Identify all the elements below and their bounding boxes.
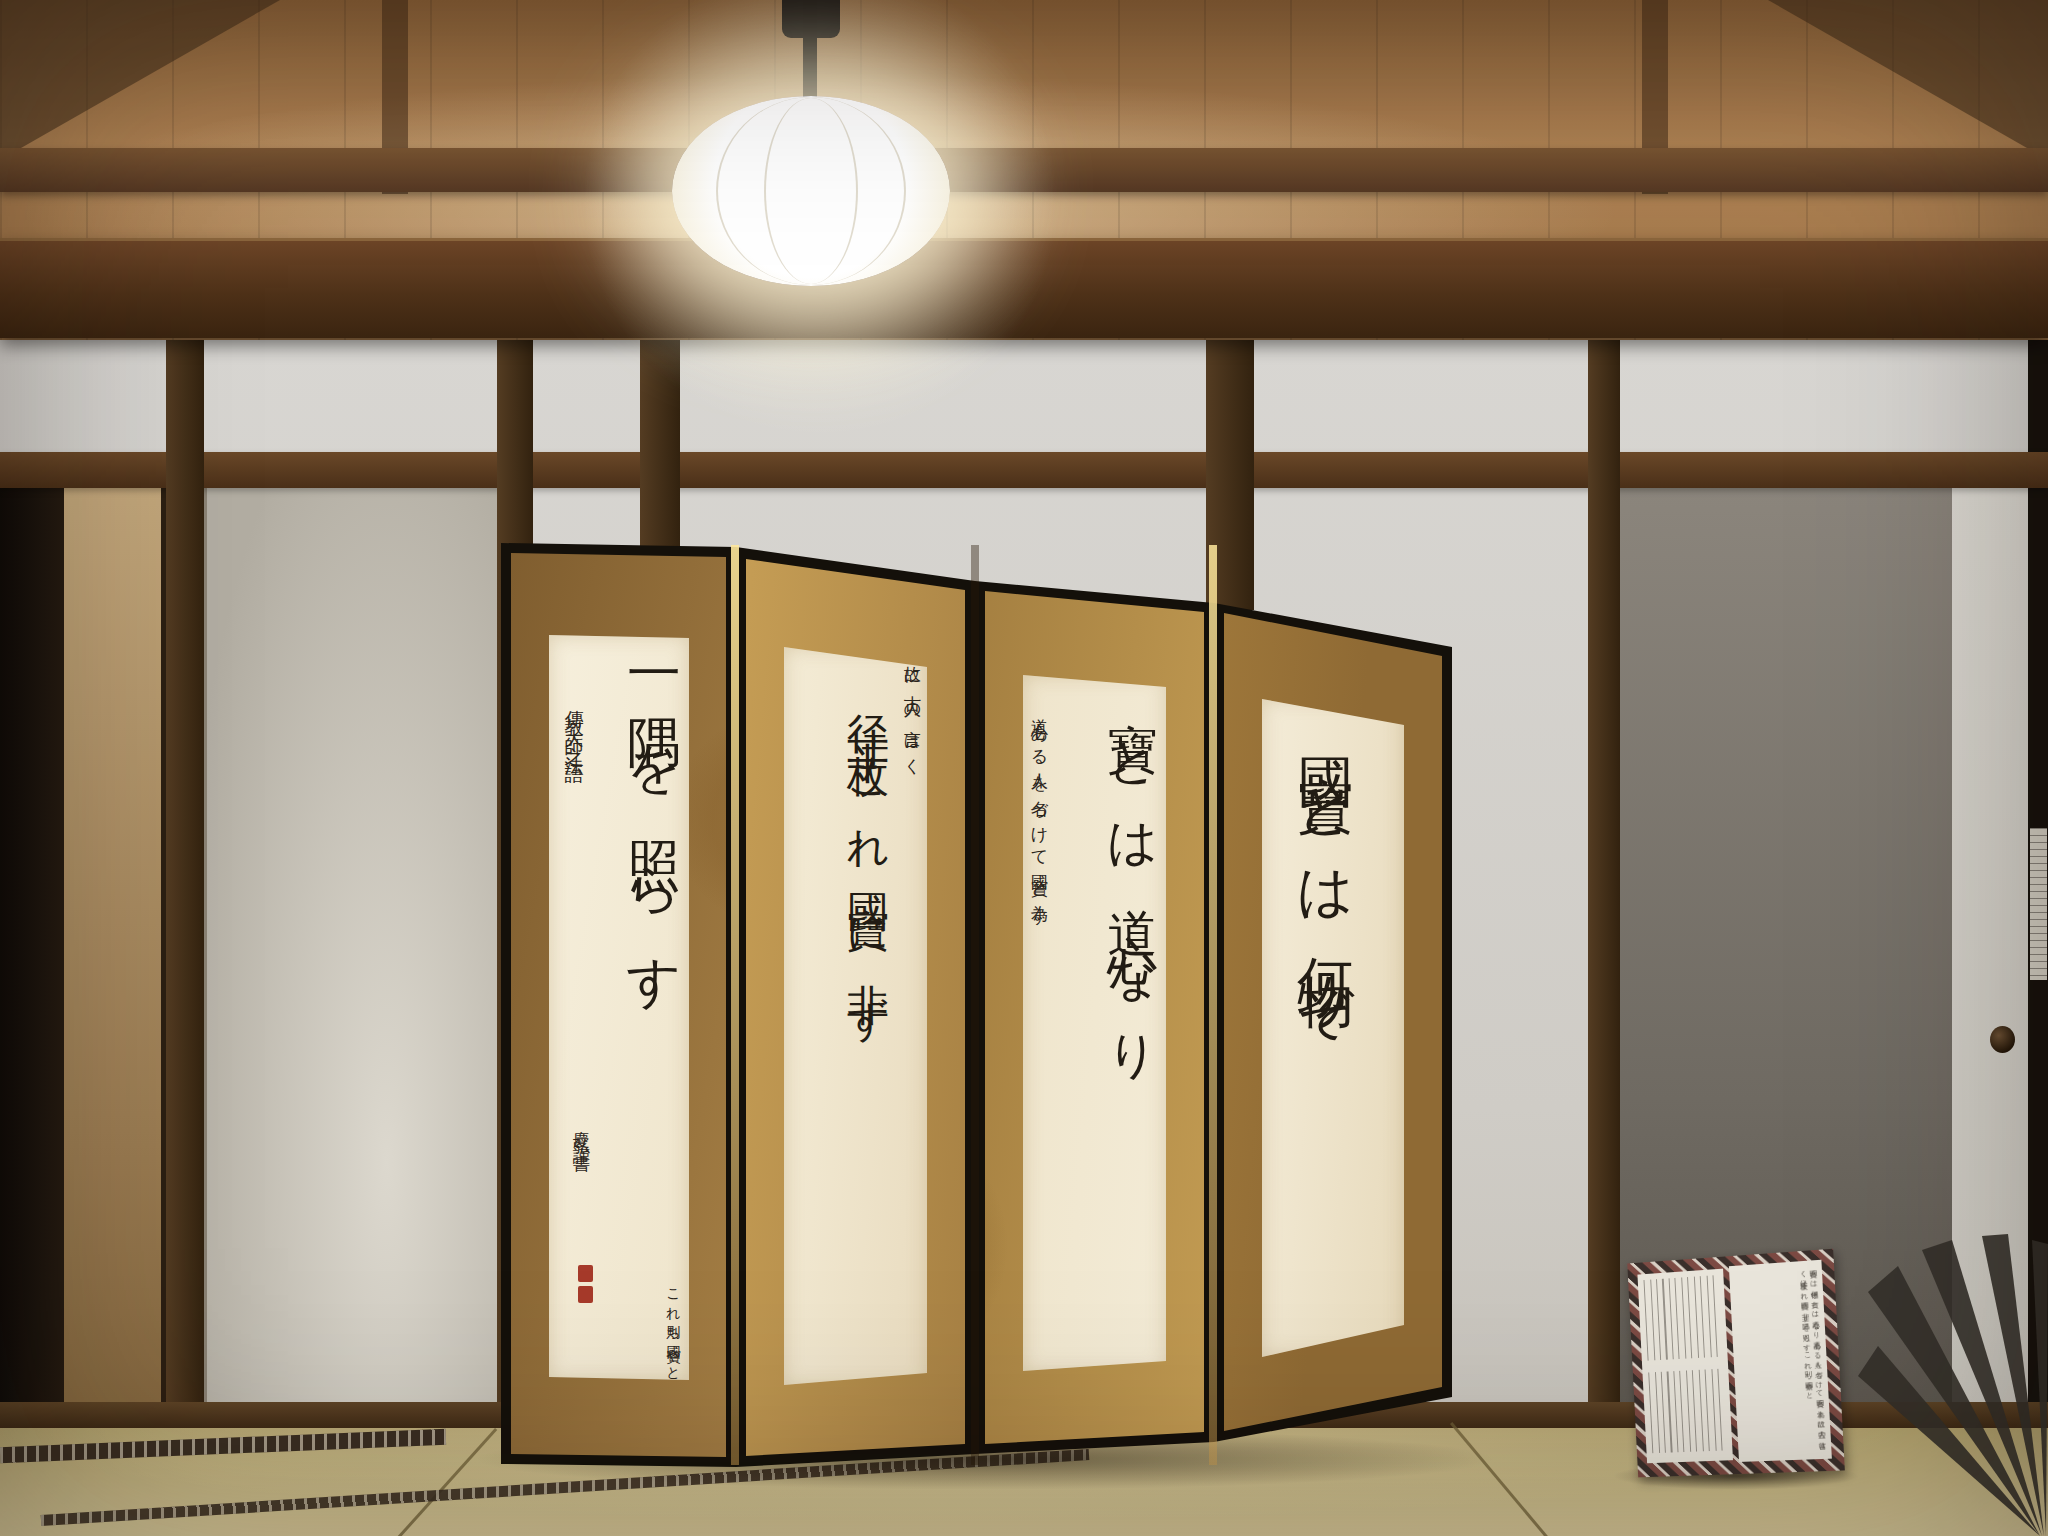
byobu-fold-highlight — [1209, 545, 1217, 1465]
panel-2-calligraphy-main: 径寸十枚これ國寶に非ず — [847, 681, 889, 1373]
byobu-fold-shadow — [971, 545, 979, 1465]
panel-2-paper: 故に古人の言はく 径寸十枚これ國寶に非ず — [784, 647, 927, 1387]
panel-1-calligraphy-main: 一隅を照らす — [627, 645, 681, 1363]
exhibit-placard: 國寶とは何物ぞ寶とは道心なり道心ある人を名づけて國寶と為す故に古人の言はく径寸十… — [1627, 1249, 1845, 1478]
fusuma-door-pull — [1990, 1026, 2015, 1053]
panel-1-signature: 慶弘謹書 — [573, 1117, 590, 1257]
panel-1-attribution: 傳教大師之法語 — [565, 695, 584, 1125]
panel-4-calligraphy-main: 國寶とは何物ぞ — [1298, 713, 1354, 1313]
artist-seal — [578, 1265, 593, 1282]
left-paper-door — [64, 487, 166, 1427]
panel-1-paper: 一隅を照らす 傳教大師之法語 慶弘謹書 これ則ち國寶やと — [549, 635, 689, 1381]
panel-3-small-column: 道心ある人を名づけて國寶と為す — [1031, 705, 1048, 955]
panel-2-small-column: 故に古人の言はく — [904, 653, 921, 963]
left-dark-doorway — [0, 487, 64, 1429]
small-poster-in-doorway — [2030, 828, 2047, 980]
panel-3-calligraphy-main: 寶とは道心なり — [1108, 683, 1158, 1343]
placard-right-sheet: 國寶とは何物ぞ寶とは道心なり道心ある人を名づけて國寶と為す故に古人の言はく径寸十… — [1729, 1260, 1832, 1462]
placard-left-sheet — [1637, 1269, 1733, 1464]
wood-post — [1588, 338, 1620, 1426]
byobu-folding-screen: 一隅を照らす 傳教大師之法語 慶弘謹書 これ則ち國寶やと 故に古人の言はく 径寸… — [495, 535, 1452, 1483]
panel-1-closing-line: これ則ち國寶やと — [667, 1279, 681, 1375]
wood-post — [166, 338, 204, 1430]
byobu-fold-highlight — [731, 545, 739, 1465]
paper-pendant-lantern — [672, 96, 950, 286]
fusuma-leaf-painting — [1840, 1230, 2048, 1536]
artist-seal — [578, 1286, 593, 1303]
tatami-room-photo: 一隅を照らす 傳教大師之法語 慶弘謹書 これ則ち國寶やと 故に古人の言はく 径寸… — [0, 0, 2048, 1536]
left-fusuma-door — [204, 487, 497, 1425]
panel-4-paper: 國寶とは何物ぞ — [1262, 699, 1404, 1357]
placard-quote-text: 國寶とは何物ぞ寶とは道心なり道心ある人を名づけて國寶と為す故に古人の言はく径寸十… — [1797, 1264, 1827, 1453]
panel-3-paper: 寶とは道心なり 道心ある人を名づけて國寶と為す — [1023, 675, 1166, 1373]
